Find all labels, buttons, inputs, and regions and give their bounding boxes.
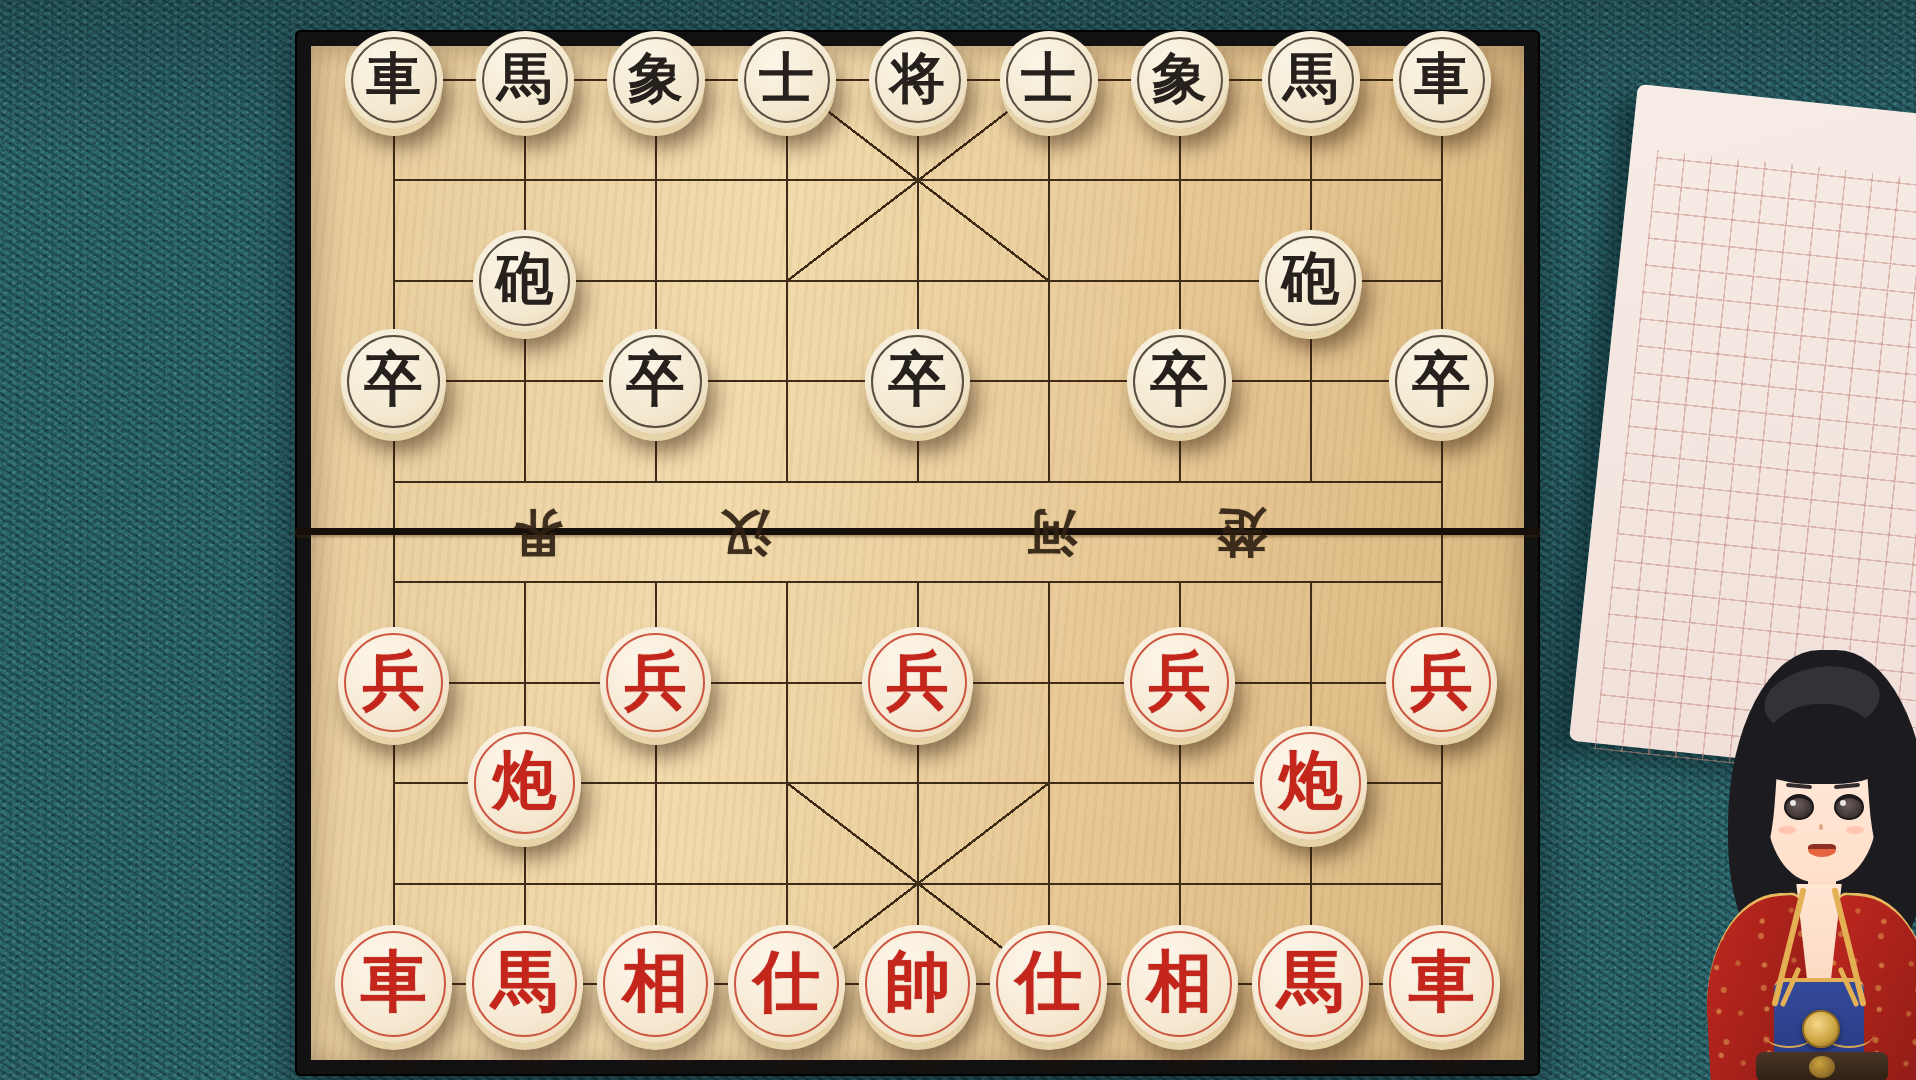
piece-character: 砲 bbox=[1282, 250, 1339, 307]
piece-character: 炮 bbox=[1279, 749, 1343, 813]
piece-red-soldier[interactable]: 兵 bbox=[1386, 627, 1497, 738]
piece-red-chariot[interactable]: 車 bbox=[335, 925, 453, 1043]
avatar-blush-left bbox=[1778, 826, 1796, 834]
pieces-layer: 車馬象士将士象馬車砲砲卒卒卒卒卒兵兵兵兵兵炮炮車馬相仕帥仕相馬車 bbox=[311, 46, 1524, 1060]
piece-red-soldier[interactable]: 兵 bbox=[1124, 627, 1235, 738]
piece-character: 兵 bbox=[362, 650, 424, 712]
piece-red-general[interactable]: 帥 bbox=[859, 925, 977, 1043]
piece-black-soldier[interactable]: 卒 bbox=[1389, 329, 1494, 434]
piece-black-elephant[interactable]: 象 bbox=[607, 31, 705, 129]
piece-character: 兵 bbox=[1148, 650, 1210, 712]
piece-character: 車 bbox=[1409, 949, 1475, 1015]
avatar-eye-right bbox=[1834, 794, 1864, 820]
piece-character: 相 bbox=[1147, 949, 1213, 1015]
piece-character: 炮 bbox=[493, 749, 557, 813]
piece-black-chariot[interactable]: 車 bbox=[345, 31, 443, 129]
piece-character: 士 bbox=[759, 51, 814, 106]
xiangqi-board: 楚 河 汉 界 車馬象士将士象馬車砲砲卒卒卒卒卒兵兵兵兵兵炮炮車馬相仕帥仕相馬車 bbox=[295, 30, 1540, 1076]
piece-black-elephant[interactable]: 象 bbox=[1131, 31, 1229, 129]
avatar-nose bbox=[1819, 824, 1823, 830]
avatar-belt bbox=[1756, 1052, 1888, 1080]
piece-character: 兵 bbox=[886, 650, 948, 712]
piece-character: 卒 bbox=[626, 350, 685, 409]
piece-red-cannon[interactable]: 炮 bbox=[468, 726, 581, 839]
piece-black-cannon[interactable]: 砲 bbox=[473, 230, 575, 332]
piece-character: 卒 bbox=[888, 350, 947, 409]
piece-character: 卒 bbox=[364, 350, 423, 409]
piece-character: 帥 bbox=[885, 949, 951, 1015]
piece-black-soldier[interactable]: 卒 bbox=[603, 329, 708, 434]
avatar-eye-left bbox=[1784, 794, 1814, 820]
piece-character: 車 bbox=[361, 949, 427, 1015]
piece-black-advisor[interactable]: 士 bbox=[1000, 31, 1098, 129]
piece-red-horse[interactable]: 馬 bbox=[1252, 925, 1370, 1043]
piece-black-cannon[interactable]: 砲 bbox=[1259, 230, 1361, 332]
piece-red-soldier[interactable]: 兵 bbox=[600, 627, 711, 738]
piece-character: 仕 bbox=[1016, 949, 1082, 1015]
piece-red-advisor[interactable]: 仕 bbox=[728, 925, 846, 1043]
piece-character: 馬 bbox=[1283, 51, 1338, 106]
piece-character: 象 bbox=[1152, 51, 1207, 106]
piece-character: 卒 bbox=[1412, 350, 1471, 409]
piece-black-horse[interactable]: 馬 bbox=[476, 31, 574, 129]
piece-character: 将 bbox=[890, 51, 945, 106]
piece-character: 仕 bbox=[754, 949, 820, 1015]
piece-character: 相 bbox=[623, 949, 689, 1015]
piece-character: 象 bbox=[628, 51, 683, 106]
piece-red-chariot[interactable]: 車 bbox=[1383, 925, 1501, 1043]
avatar-gold-brooch bbox=[1802, 1010, 1840, 1048]
piece-red-elephant[interactable]: 相 bbox=[1121, 925, 1239, 1043]
piece-red-cannon[interactable]: 炮 bbox=[1254, 726, 1367, 839]
piece-black-soldier[interactable]: 卒 bbox=[865, 329, 970, 434]
piece-red-soldier[interactable]: 兵 bbox=[338, 627, 449, 738]
piece-black-advisor[interactable]: 士 bbox=[738, 31, 836, 129]
piece-character: 卒 bbox=[1150, 350, 1209, 409]
piece-red-advisor[interactable]: 仕 bbox=[990, 925, 1108, 1043]
piece-character: 兵 bbox=[1410, 650, 1472, 712]
piece-black-chariot[interactable]: 車 bbox=[1393, 31, 1491, 129]
piece-black-general[interactable]: 将 bbox=[869, 31, 967, 129]
photo-scene: 楚 河 汉 界 車馬象士将士象馬車砲砲卒卒卒卒卒兵兵兵兵兵炮炮車馬相仕帥仕相馬車 bbox=[0, 0, 1916, 1080]
piece-character: 士 bbox=[1021, 51, 1076, 106]
piece-character: 馬 bbox=[492, 949, 558, 1015]
board-surface: 楚 河 汉 界 車馬象士将士象馬車砲砲卒卒卒卒卒兵兵兵兵兵炮炮車馬相仕帥仕相馬車 bbox=[311, 46, 1524, 1060]
piece-character: 車 bbox=[366, 51, 421, 106]
vtuber-avatar bbox=[1722, 648, 1916, 1080]
piece-black-horse[interactable]: 馬 bbox=[1262, 31, 1360, 129]
piece-character: 馬 bbox=[1278, 949, 1344, 1015]
piece-black-soldier[interactable]: 卒 bbox=[1127, 329, 1232, 434]
piece-red-horse[interactable]: 馬 bbox=[466, 925, 584, 1043]
piece-character: 車 bbox=[1414, 51, 1469, 106]
piece-red-elephant[interactable]: 相 bbox=[597, 925, 715, 1043]
avatar-blush-right bbox=[1846, 826, 1864, 834]
piece-red-soldier[interactable]: 兵 bbox=[862, 627, 973, 738]
piece-character: 兵 bbox=[624, 650, 686, 712]
piece-character: 馬 bbox=[497, 51, 552, 106]
piece-character: 砲 bbox=[496, 250, 553, 307]
piece-black-soldier[interactable]: 卒 bbox=[341, 329, 446, 434]
